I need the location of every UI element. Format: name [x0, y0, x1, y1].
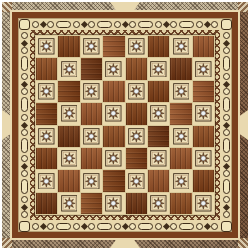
rosette-inlay — [173, 83, 190, 100]
square-d2[interactable] — [103, 170, 124, 191]
chain-motif-circle — [196, 21, 203, 28]
chain-motif-circle — [114, 21, 121, 28]
chain-motif-stadium — [179, 223, 194, 230]
chain-motif-circle — [47, 223, 54, 230]
rosette-inlay — [61, 105, 78, 122]
chain-motif-circle — [129, 21, 136, 28]
square-b5[interactable] — [58, 103, 79, 124]
square-h8[interactable] — [193, 36, 214, 57]
square-f7[interactable] — [148, 58, 169, 79]
square-b1[interactable] — [58, 193, 79, 214]
chain-motif-diamond — [80, 20, 87, 27]
square-e6[interactable] — [126, 81, 147, 102]
chain-motif-diamond — [20, 121, 27, 128]
chain-motif-circle — [223, 73, 230, 80]
square-d3[interactable] — [103, 148, 124, 169]
chain-motif-circle — [196, 223, 203, 230]
corner-stripe-bl — [2, 238, 12, 248]
rosette-inlay — [105, 195, 122, 212]
rosette-inlay — [38, 128, 55, 145]
square-e3[interactable] — [126, 148, 147, 169]
square-g4[interactable] — [170, 126, 191, 147]
square-g1[interactable] — [170, 193, 191, 214]
square-d4[interactable] — [103, 126, 124, 147]
chain-motif-diamond — [222, 121, 229, 128]
rosette-inlay — [173, 38, 190, 55]
square-c1[interactable] — [81, 193, 102, 214]
square-g7[interactable] — [170, 58, 191, 79]
square-d7[interactable] — [103, 58, 124, 79]
chain-motif-stadium — [97, 21, 112, 28]
chain-motif-circle — [88, 21, 95, 28]
chain-motif-diamond — [222, 162, 229, 169]
square-c8[interactable] — [81, 36, 102, 57]
square-f3[interactable] — [148, 148, 169, 169]
square-b3[interactable] — [58, 148, 79, 169]
chain-motif-diamond — [222, 203, 229, 210]
chain-motif-circle — [129, 223, 136, 230]
chain-motif-diamond — [222, 80, 229, 87]
chain-motif-circle — [223, 88, 230, 95]
square-b7[interactable] — [58, 58, 79, 79]
chain-motif-circle — [114, 223, 121, 230]
square-h6[interactable] — [193, 81, 214, 102]
square-h1[interactable] — [193, 193, 214, 214]
square-c5[interactable] — [81, 103, 102, 124]
rosette-inlay — [195, 195, 212, 212]
corner-block-motif — [19, 19, 30, 30]
square-g3[interactable] — [170, 148, 191, 169]
rosette-inlay — [195, 61, 212, 78]
square-a4[interactable] — [36, 126, 57, 147]
miter-insert-top — [110, 2, 140, 11]
rosette-inlay — [150, 150, 167, 167]
chain-motif-stadium — [223, 179, 230, 194]
rosette-inlay — [83, 83, 100, 100]
rosette-inlay — [173, 128, 190, 145]
chain-motif-stadium — [21, 56, 28, 71]
chain-motif-circle — [211, 21, 218, 28]
chessboard — [2, 2, 248, 248]
chain-motif-circle — [223, 170, 230, 177]
chain-motif-circle — [73, 21, 80, 28]
square-e2[interactable] — [126, 170, 147, 191]
chain-motif-circle — [21, 129, 28, 136]
rosette-inlay — [173, 173, 190, 190]
rosette-inlay — [128, 83, 145, 100]
rosette-inlay — [105, 61, 122, 78]
square-e5[interactable] — [126, 103, 147, 124]
square-h7[interactable] — [193, 58, 214, 79]
corner-stripe-tr — [238, 2, 248, 12]
square-a8[interactable] — [36, 36, 57, 57]
chain-motif-circle — [21, 211, 28, 218]
chain-motif-circle — [155, 223, 162, 230]
rosette-inlay — [38, 38, 55, 55]
rosette-inlay — [128, 173, 145, 190]
chain-motif-circle — [223, 155, 230, 162]
rosette-inlay — [150, 195, 167, 212]
rosette-inlay — [83, 173, 100, 190]
square-a5[interactable] — [36, 103, 57, 124]
square-b2[interactable] — [58, 170, 79, 191]
square-d5[interactable] — [103, 103, 124, 124]
chain-motif-diamond — [162, 20, 169, 27]
square-e8[interactable] — [126, 36, 147, 57]
square-b8[interactable] — [58, 36, 79, 57]
corner-stripe-br — [238, 238, 248, 248]
chain-motif-stadium — [223, 138, 230, 153]
board-squares — [35, 35, 215, 215]
square-e1[interactable] — [126, 193, 147, 214]
rosette-inlay — [128, 38, 145, 55]
chain-motif-diamond — [222, 39, 229, 46]
chain-motif-stadium — [179, 21, 194, 28]
square-g6[interactable] — [170, 81, 191, 102]
chain-corner-tl — [18, 18, 30, 30]
chain-motif-diamond — [20, 80, 27, 87]
corner-block-motif — [221, 221, 232, 232]
chain-motif-circle — [21, 170, 28, 177]
square-f4[interactable] — [148, 126, 169, 147]
square-c3[interactable] — [81, 148, 102, 169]
chain-motif-stadium — [138, 223, 153, 230]
corner-block-motif — [221, 19, 232, 30]
square-h2[interactable] — [193, 170, 214, 191]
chain-motif-stadium — [56, 223, 71, 230]
rosette-inlay — [61, 150, 78, 167]
chain-strip-left — [18, 30, 30, 220]
square-d8[interactable] — [103, 36, 124, 57]
chain-motif-circle — [32, 21, 39, 28]
chain-motif-stadium — [223, 56, 230, 71]
square-a2[interactable] — [36, 170, 57, 191]
miter-insert-left — [2, 110, 11, 140]
rosette-inlay — [150, 61, 167, 78]
square-f5[interactable] — [148, 103, 169, 124]
chain-motif-stadium — [138, 21, 153, 28]
rosette-inlay — [61, 61, 78, 78]
chain-motif-circle — [21, 196, 28, 203]
chain-motif-diamond — [80, 222, 87, 229]
square-b6[interactable] — [58, 81, 79, 102]
chain-motif-circle — [21, 32, 28, 39]
square-f8[interactable] — [148, 36, 169, 57]
chain-motif-circle — [223, 211, 230, 218]
chain-motif-circle — [223, 47, 230, 54]
chain-motif-circle — [21, 88, 28, 95]
rosette-inlay — [105, 105, 122, 122]
chain-motif-circle — [21, 73, 28, 80]
rosette-inlay — [83, 128, 100, 145]
square-b4[interactable] — [58, 126, 79, 147]
chain-corner-br — [220, 220, 232, 232]
rosette-inlay — [38, 173, 55, 190]
square-h4[interactable] — [193, 126, 214, 147]
chain-motif-circle — [223, 32, 230, 39]
rosette-inlay — [150, 105, 167, 122]
chain-motif-stadium — [21, 179, 28, 194]
chain-motif-circle — [21, 155, 28, 162]
chain-motif-diamond — [203, 20, 210, 27]
chain-motif-stadium — [56, 21, 71, 28]
chain-corner-bl — [18, 220, 30, 232]
board-photo — [0, 0, 250, 250]
square-d6[interactable] — [103, 81, 124, 102]
square-a3[interactable] — [36, 148, 57, 169]
chain-corner-tr — [220, 18, 232, 30]
square-a6[interactable] — [36, 81, 57, 102]
chain-motif-diamond — [162, 222, 169, 229]
square-a1[interactable] — [36, 193, 57, 214]
square-h5[interactable] — [193, 103, 214, 124]
rosette-inlay — [195, 105, 212, 122]
chain-motif-circle — [211, 223, 218, 230]
chain-motif-stadium — [223, 97, 230, 112]
chain-strip-bottom — [30, 220, 220, 232]
square-f2[interactable] — [148, 170, 169, 191]
rosette-inlay — [61, 195, 78, 212]
chain-strip-right — [220, 30, 232, 220]
chain-motif-stadium — [97, 223, 112, 230]
rosette-inlay — [128, 128, 145, 145]
square-d1[interactable] — [103, 193, 124, 214]
rosette-inlay — [195, 150, 212, 167]
chain-motif-diamond — [39, 20, 46, 27]
chain-motif-circle — [170, 21, 177, 28]
rosette-inlay — [83, 38, 100, 55]
chain-motif-circle — [170, 223, 177, 230]
square-c4[interactable] — [81, 126, 102, 147]
corner-block-motif — [19, 221, 30, 232]
chain-motif-diamond — [39, 222, 46, 229]
chain-strip-top — [30, 18, 220, 30]
chain-motif-circle — [32, 223, 39, 230]
square-e4[interactable] — [126, 126, 147, 147]
square-f1[interactable] — [148, 193, 169, 214]
rosette-inlay — [105, 150, 122, 167]
chain-motif-stadium — [21, 138, 28, 153]
square-g2[interactable] — [170, 170, 191, 191]
chain-motif-diamond — [20, 162, 27, 169]
square-c7[interactable] — [81, 58, 102, 79]
square-e7[interactable] — [126, 58, 147, 79]
square-c2[interactable] — [81, 170, 102, 191]
square-a7[interactable] — [36, 58, 57, 79]
rosette-inlay — [38, 83, 55, 100]
square-c6[interactable] — [81, 81, 102, 102]
chain-motif-circle — [155, 21, 162, 28]
chain-motif-diamond — [20, 203, 27, 210]
chain-motif-diamond — [121, 222, 128, 229]
chain-motif-circle — [21, 114, 28, 121]
chain-motif-circle — [88, 223, 95, 230]
square-f6[interactable] — [148, 81, 169, 102]
square-h3[interactable] — [193, 148, 214, 169]
chain-motif-circle — [73, 223, 80, 230]
chain-motif-circle — [223, 129, 230, 136]
chain-motif-circle — [223, 114, 230, 121]
chain-motif-diamond — [203, 222, 210, 229]
square-g5[interactable] — [170, 103, 191, 124]
chain-motif-stadium — [21, 97, 28, 112]
chain-motif-circle — [21, 47, 28, 54]
chain-motif-circle — [47, 21, 54, 28]
chain-motif-diamond — [121, 20, 128, 27]
chain-motif-circle — [223, 196, 230, 203]
chain-motif-diamond — [20, 39, 27, 46]
square-g8[interactable] — [170, 36, 191, 57]
